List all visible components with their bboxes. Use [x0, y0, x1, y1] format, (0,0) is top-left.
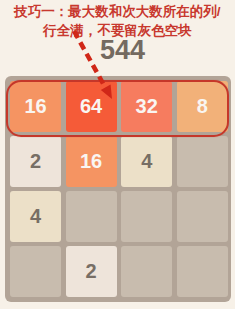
cell-r1c1-tile-16: 16: [66, 136, 117, 187]
game-board[interactable]: 1664328216442: [5, 76, 231, 302]
cell-r2c1-empty: [66, 191, 117, 242]
cell-r0c2-tile-32: 32: [121, 81, 172, 132]
cell-r3c1-tile-2: 2: [66, 246, 117, 297]
tip-line-1: 技巧一：最大数和次大数所在的列/: [0, 2, 235, 21]
cell-r3c0-empty: [10, 246, 61, 297]
cell-r2c0-tile-4: 4: [10, 191, 61, 242]
cell-r0c3-tile-8: 8: [177, 81, 228, 132]
cell-r0c0-tile-16: 16: [10, 81, 61, 132]
cell-r0c1-tile-64: 64: [66, 81, 117, 132]
cell-r2c3-empty: [177, 191, 228, 242]
cell-r1c2-tile-4: 4: [121, 136, 172, 187]
cell-r1c3-empty: [177, 136, 228, 187]
cell-r1c0-tile-2: 2: [10, 136, 61, 187]
score-value: 544: [0, 36, 235, 64]
cell-r3c2-empty: [121, 246, 172, 297]
cell-r3c3-empty: [177, 246, 228, 297]
cell-r2c2-empty: [121, 191, 172, 242]
